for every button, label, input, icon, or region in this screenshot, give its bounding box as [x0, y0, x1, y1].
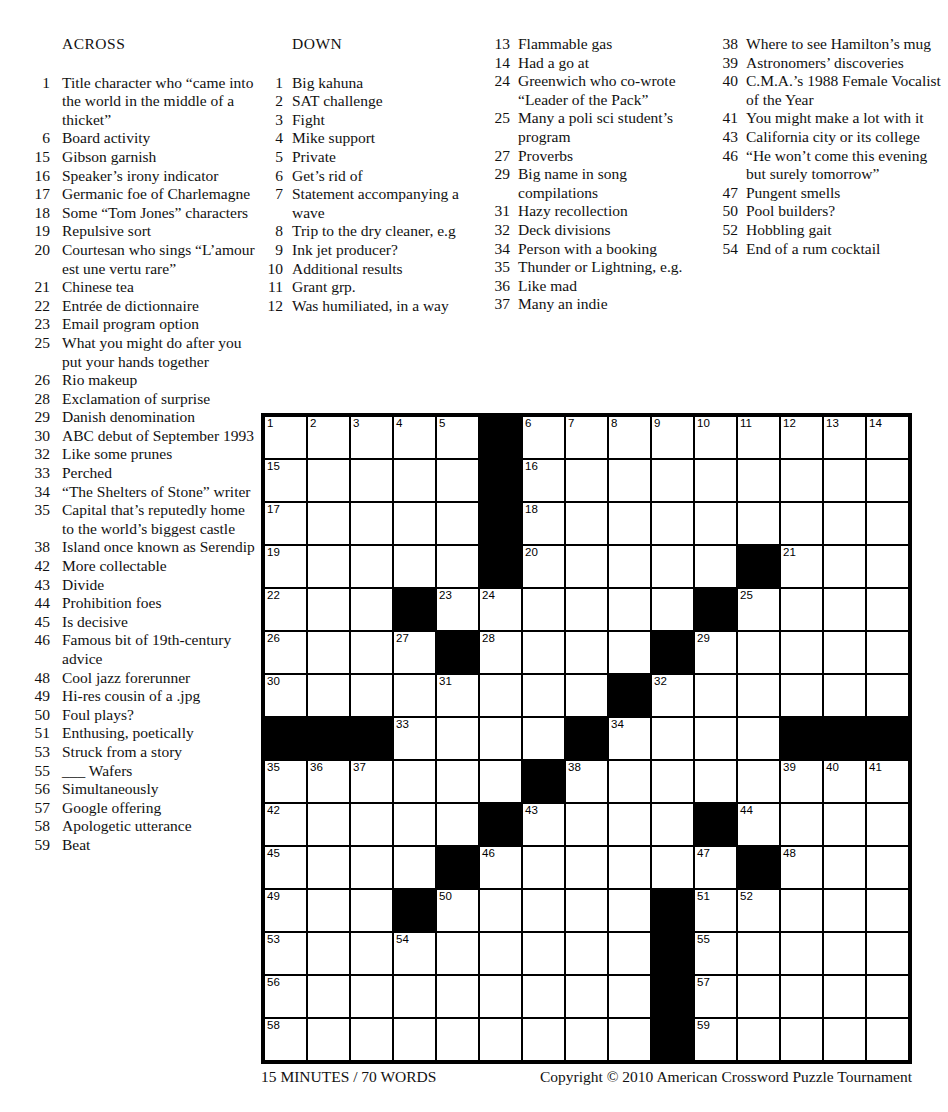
cell-r13c12[interactable]: [737, 932, 780, 975]
cell-r9c6[interactable]: [479, 760, 522, 803]
cell-r5c5[interactable]: 23: [436, 588, 479, 631]
cell-r11c3[interactable]: [350, 846, 393, 889]
cell-r7c12[interactable]: [737, 674, 780, 717]
cell-r15c15[interactable]: [866, 1018, 909, 1061]
cell-r4c15[interactable]: [866, 545, 909, 588]
cell-r4c2[interactable]: [307, 545, 350, 588]
cell-r5c12[interactable]: 25: [737, 588, 780, 631]
cell-r12c5[interactable]: 50: [436, 889, 479, 932]
cell-r15c13[interactable]: [780, 1018, 823, 1061]
clue-down-1: 1Big kahuna: [260, 74, 460, 93]
cell-r15c8[interactable]: [565, 1018, 608, 1061]
clue-across-45: 45Is decisive: [28, 613, 258, 632]
clue-down-7: 7Statement accompanying a wave: [260, 185, 460, 222]
cell-r12c3[interactable]: [350, 889, 393, 932]
cell-r9c1[interactable]: 35: [264, 760, 307, 803]
cell-r10c10[interactable]: [651, 803, 694, 846]
cell-r5c10[interactable]: [651, 588, 694, 631]
cell-r9c14[interactable]: 40: [823, 760, 866, 803]
clue-number: 52: [712, 221, 738, 240]
clue-across-56: 56Simultaneously: [28, 780, 258, 799]
cell-r4c13[interactable]: 21: [780, 545, 823, 588]
cell-r9c11[interactable]: [694, 760, 737, 803]
down-clue-list-2: 13Flammable gas14Had a go at24Greenwich …: [488, 35, 683, 314]
cell-r13c11[interactable]: 55: [694, 932, 737, 975]
cell-r7c13[interactable]: [780, 674, 823, 717]
clue-number: 39: [712, 54, 738, 73]
cell-r10c15[interactable]: [866, 803, 909, 846]
cell-r3c1[interactable]: 17: [264, 502, 307, 545]
cell-r3c7[interactable]: 18: [522, 502, 565, 545]
clue-number: 21: [28, 278, 50, 297]
clue-across-25: 25What you might do after you put your h…: [28, 334, 258, 371]
cell-r3c10[interactable]: [651, 502, 694, 545]
clue-number: 35: [488, 258, 510, 277]
cell-r4c11[interactable]: [694, 545, 737, 588]
cell-r14c15[interactable]: [866, 975, 909, 1018]
cell-r12c2[interactable]: [307, 889, 350, 932]
cell-r14c7[interactable]: [522, 975, 565, 1018]
clue-number: 1: [28, 74, 50, 93]
cell-r1c2[interactable]: 2: [307, 416, 350, 459]
cell-r5c9[interactable]: [608, 588, 651, 631]
cell-r7c2[interactable]: [307, 674, 350, 717]
cell-r3c15[interactable]: [866, 502, 909, 545]
cell-r7c8[interactable]: [565, 674, 608, 717]
black-cell-r11c12: [737, 846, 780, 889]
cell-r15c14[interactable]: [823, 1018, 866, 1061]
cell-r5c2[interactable]: [307, 588, 350, 631]
cell-r7c4[interactable]: [393, 674, 436, 717]
cell-r7c11[interactable]: [694, 674, 737, 717]
cell-r15c1[interactable]: 58: [264, 1018, 307, 1061]
cell-r6c6[interactable]: 28: [479, 631, 522, 674]
cell-r2c3[interactable]: [350, 459, 393, 502]
cell-r2c4[interactable]: [393, 459, 436, 502]
cell-r6c7[interactable]: [522, 631, 565, 674]
cell-r13c7[interactable]: [522, 932, 565, 975]
clue-down-47: 47Pungent smells: [712, 184, 942, 203]
clue-text: Gibson garnish: [62, 148, 258, 167]
cell-r11c14[interactable]: [823, 846, 866, 889]
cell-r6c3[interactable]: [350, 631, 393, 674]
cell-r6c13[interactable]: [780, 631, 823, 674]
cell-r8c12[interactable]: [737, 717, 780, 760]
black-cell-r8c14: [823, 717, 866, 760]
cell-r14c8[interactable]: [565, 975, 608, 1018]
cell-r8c7[interactable]: [522, 717, 565, 760]
clue-text: Hi-res cousin of a .jpg: [62, 687, 258, 706]
cell-r12c11[interactable]: 51: [694, 889, 737, 932]
cell-r1c13[interactable]: 12: [780, 416, 823, 459]
cell-r7c15[interactable]: [866, 674, 909, 717]
clue-text: Pool builders?: [746, 202, 942, 221]
cell-r14c13[interactable]: [780, 975, 823, 1018]
cell-r10c4[interactable]: [393, 803, 436, 846]
cell-number-58: 58: [267, 1019, 280, 1032]
clue-text: Grant grp.: [292, 278, 460, 297]
cell-r8c9[interactable]: 34: [608, 717, 651, 760]
cell-r13c4[interactable]: 54: [393, 932, 436, 975]
cell-r11c8[interactable]: [565, 846, 608, 889]
cell-r9c8[interactable]: 38: [565, 760, 608, 803]
cell-r5c15[interactable]: [866, 588, 909, 631]
cell-r8c10[interactable]: [651, 717, 694, 760]
down-clue-list-3: 38Where to see Hamilton’s mug39Astronome…: [712, 35, 942, 258]
cell-number-34: 34: [611, 718, 624, 731]
clue-text: What you might do after you put your han…: [62, 334, 258, 371]
clue-text: Additional results: [292, 260, 460, 279]
cell-r5c14[interactable]: [823, 588, 866, 631]
cell-r1c14[interactable]: 13: [823, 416, 866, 459]
cell-r1c1[interactable]: 1: [264, 416, 307, 459]
cell-r14c11[interactable]: 57: [694, 975, 737, 1018]
black-cell-r8c15: [866, 717, 909, 760]
cell-r3c4[interactable]: [393, 502, 436, 545]
cell-r6c1[interactable]: 26: [264, 631, 307, 674]
cell-r4c14[interactable]: [823, 545, 866, 588]
clue-text: Entrée de dictionnaire: [62, 297, 258, 316]
cell-r14c2[interactable]: [307, 975, 350, 1018]
cell-r9c12[interactable]: [737, 760, 780, 803]
black-cell-r8c1: [264, 717, 307, 760]
cell-r14c3[interactable]: [350, 975, 393, 1018]
cell-r7c6[interactable]: [479, 674, 522, 717]
cell-r4c3[interactable]: [350, 545, 393, 588]
black-cell-r6c5: [436, 631, 479, 674]
cell-r1c12[interactable]: 11: [737, 416, 780, 459]
cell-r2c2[interactable]: [307, 459, 350, 502]
cell-r1c3[interactable]: 3: [350, 416, 393, 459]
cell-r4c9[interactable]: [608, 545, 651, 588]
clue-across-44: 44Prohibition foes: [28, 594, 258, 613]
cell-r9c5[interactable]: [436, 760, 479, 803]
cell-r11c1[interactable]: 45: [264, 846, 307, 889]
cell-r2c12[interactable]: [737, 459, 780, 502]
clue-down-31: 31Hazy recollection: [488, 202, 683, 221]
cell-r4c8[interactable]: [565, 545, 608, 588]
cell-r7c1[interactable]: 30: [264, 674, 307, 717]
cell-r13c15[interactable]: [866, 932, 909, 975]
cell-r3c5[interactable]: [436, 502, 479, 545]
cell-r10c8[interactable]: [565, 803, 608, 846]
cell-r10c14[interactable]: [823, 803, 866, 846]
cell-r10c7[interactable]: 43: [522, 803, 565, 846]
cell-r12c8[interactable]: [565, 889, 608, 932]
cell-r2c11[interactable]: [694, 459, 737, 502]
clue-number: 6: [28, 129, 50, 148]
cell-r11c13[interactable]: 48: [780, 846, 823, 889]
cell-r6c9[interactable]: [608, 631, 651, 674]
cell-r6c12[interactable]: [737, 631, 780, 674]
cell-r6c4[interactable]: 27: [393, 631, 436, 674]
clue-across-18: 18Some “Tom Jones” characters: [28, 204, 258, 223]
clue-down-9: 9Ink jet producer?: [260, 241, 460, 260]
cell-r4c7[interactable]: 20: [522, 545, 565, 588]
cell-r6c8[interactable]: [565, 631, 608, 674]
cell-r3c3[interactable]: [350, 502, 393, 545]
cell-r13c1[interactable]: 53: [264, 932, 307, 975]
clue-across-49: 49Hi-res cousin of a .jpg: [28, 687, 258, 706]
cell-r11c11[interactable]: 47: [694, 846, 737, 889]
clue-down-11: 11Grant grp.: [260, 278, 460, 297]
clue-down-39: 39Astronomers’ discoveries: [712, 54, 942, 73]
clue-text: Title character who “came into the world…: [62, 74, 258, 130]
cell-r15c7[interactable]: [522, 1018, 565, 1061]
cell-r15c2[interactable]: [307, 1018, 350, 1061]
cell-r7c3[interactable]: [350, 674, 393, 717]
cell-r12c14[interactable]: [823, 889, 866, 932]
cell-r3c9[interactable]: [608, 502, 651, 545]
cell-number-46: 46: [482, 847, 495, 860]
clue-down-54: 54End of a rum cocktail: [712, 240, 942, 259]
cell-r4c1[interactable]: 19: [264, 545, 307, 588]
cell-number-55: 55: [697, 933, 710, 946]
clue-text: Had a go at: [518, 54, 683, 73]
clue-across-35: 35Capital that’s reputedly home to the w…: [28, 501, 258, 538]
cell-r9c10[interactable]: [651, 760, 694, 803]
cell-r4c5[interactable]: [436, 545, 479, 588]
black-cell-r15c10: [651, 1018, 694, 1061]
clue-down-52: 52Hobbling gait: [712, 221, 942, 240]
cell-r13c3[interactable]: [350, 932, 393, 975]
black-cell-r5c4: [393, 588, 436, 631]
cell-r7c10[interactable]: 32: [651, 674, 694, 717]
cell-r11c6[interactable]: 46: [479, 846, 522, 889]
cell-r13c5[interactable]: [436, 932, 479, 975]
clue-number: 28: [28, 390, 50, 409]
cell-r5c7[interactable]: [522, 588, 565, 631]
cell-r10c13[interactable]: [780, 803, 823, 846]
cell-r2c7[interactable]: 16: [522, 459, 565, 502]
cell-r3c14[interactable]: [823, 502, 866, 545]
cell-r4c4[interactable]: [393, 545, 436, 588]
cell-r6c2[interactable]: [307, 631, 350, 674]
cell-r10c5[interactable]: [436, 803, 479, 846]
clue-number: 46: [28, 631, 50, 650]
clue-number: 12: [260, 297, 283, 316]
clue-across-17: 17Germanic foe of Charlemagne: [28, 185, 258, 204]
cell-r14c9[interactable]: [608, 975, 651, 1018]
cell-number-40: 40: [826, 761, 839, 774]
black-cell-r8c3: [350, 717, 393, 760]
cell-r6c14[interactable]: [823, 631, 866, 674]
cell-r1c15[interactable]: 14: [866, 416, 909, 459]
down-clue-list-1: 1Big kahuna2SAT challenge3Fight4Mike sup…: [260, 74, 460, 316]
clue-text: Trip to the dry cleaner, e.g: [292, 222, 460, 241]
cell-r11c4[interactable]: [393, 846, 436, 889]
cell-r2c8[interactable]: [565, 459, 608, 502]
cell-r10c1[interactable]: 42: [264, 803, 307, 846]
clue-text: Flammable gas: [518, 35, 683, 54]
clue-text: Famous bit of 19th-century advice: [62, 631, 258, 668]
clue-text: Ink jet producer?: [292, 241, 460, 260]
cell-r14c6[interactable]: [479, 975, 522, 1018]
clue-number: 37: [488, 295, 510, 314]
cell-r5c13[interactable]: [780, 588, 823, 631]
cell-r3c12[interactable]: [737, 502, 780, 545]
cell-r15c12[interactable]: [737, 1018, 780, 1061]
cell-r11c15[interactable]: [866, 846, 909, 889]
clue-text: Speaker’s irony indicator: [62, 167, 258, 186]
cell-r10c2[interactable]: [307, 803, 350, 846]
cell-r15c11[interactable]: 59: [694, 1018, 737, 1061]
cell-r3c8[interactable]: [565, 502, 608, 545]
cell-r11c2[interactable]: [307, 846, 350, 889]
clue-across-15: 15Gibson garnish: [28, 148, 258, 167]
cell-r11c9[interactable]: [608, 846, 651, 889]
cell-r11c10[interactable]: [651, 846, 694, 889]
cell-r5c3[interactable]: [350, 588, 393, 631]
cell-number-14: 14: [869, 417, 882, 430]
cell-r3c2[interactable]: [307, 502, 350, 545]
cell-r7c7[interactable]: [522, 674, 565, 717]
clue-number: 43: [712, 128, 738, 147]
down-clues-column-2: 13Flammable gas14Had a go at24Greenwich …: [488, 35, 683, 314]
cell-r9c3[interactable]: 37: [350, 760, 393, 803]
cell-r3c13[interactable]: [780, 502, 823, 545]
cell-r14c12[interactable]: [737, 975, 780, 1018]
cell-number-4: 4: [396, 417, 402, 430]
cell-r9c4[interactable]: [393, 760, 436, 803]
cell-r2c9[interactable]: [608, 459, 651, 502]
cell-number-22: 22: [267, 589, 280, 602]
clue-number: 41: [712, 109, 738, 128]
cell-r1c9[interactable]: 8: [608, 416, 651, 459]
cell-r5c8[interactable]: [565, 588, 608, 631]
cell-r1c10[interactable]: 9: [651, 416, 694, 459]
cell-r2c10[interactable]: [651, 459, 694, 502]
cell-r1c4[interactable]: 4: [393, 416, 436, 459]
cell-number-41: 41: [869, 761, 882, 774]
clue-text: Enthusing, poetically: [62, 724, 258, 743]
cell-r2c1[interactable]: 15: [264, 459, 307, 502]
cell-r2c13[interactable]: [780, 459, 823, 502]
cell-r13c13[interactable]: [780, 932, 823, 975]
cell-r1c8[interactable]: 7: [565, 416, 608, 459]
cell-r2c14[interactable]: [823, 459, 866, 502]
cell-r13c9[interactable]: [608, 932, 651, 975]
cell-r8c11[interactable]: [694, 717, 737, 760]
cell-r11c7[interactable]: [522, 846, 565, 889]
cell-r2c5[interactable]: [436, 459, 479, 502]
cell-r3c11[interactable]: [694, 502, 737, 545]
clue-down-6: 6Get’s rid of: [260, 167, 460, 186]
clue-down-40: 40C.M.A.’s 1988 Female Vocalist of the Y…: [712, 72, 942, 109]
cell-number-33: 33: [396, 718, 409, 731]
clue-text: Email program option: [62, 315, 258, 334]
cell-r2c15[interactable]: [866, 459, 909, 502]
cell-r10c3[interactable]: [350, 803, 393, 846]
clue-number: 6: [260, 167, 283, 186]
clue-number: 46: [712, 147, 738, 166]
clue-down-38: 38Where to see Hamilton’s mug: [712, 35, 942, 54]
clue-text: Private: [292, 148, 460, 167]
clue-text: Cool jazz forerunner: [62, 669, 258, 688]
clue-number: 1: [260, 74, 283, 93]
cell-r6c11[interactable]: 29: [694, 631, 737, 674]
cell-number-29: 29: [697, 632, 710, 645]
cell-r5c6[interactable]: 24: [479, 588, 522, 631]
cell-r12c12[interactable]: 52: [737, 889, 780, 932]
clue-across-48: 48Cool jazz forerunner: [28, 669, 258, 688]
cell-r8c4[interactable]: 33: [393, 717, 436, 760]
cell-r15c4[interactable]: [393, 1018, 436, 1061]
cell-r4c10[interactable]: [651, 545, 694, 588]
cell-r8c6[interactable]: [479, 717, 522, 760]
cell-r8c5[interactable]: [436, 717, 479, 760]
cell-r12c7[interactable]: [522, 889, 565, 932]
cell-r1c11[interactable]: 10: [694, 416, 737, 459]
cell-r5c1[interactable]: 22: [264, 588, 307, 631]
cell-r1c5[interactable]: 5: [436, 416, 479, 459]
clue-text: Big name in song compilations: [518, 165, 683, 202]
cell-r15c9[interactable]: [608, 1018, 651, 1061]
cell-r13c14[interactable]: [823, 932, 866, 975]
clue-across-28: 28Exclamation of surprise: [28, 390, 258, 409]
cell-r15c6[interactable]: [479, 1018, 522, 1061]
clue-number: 5: [260, 148, 283, 167]
down-clues-column-1: DOWN 1Big kahuna2SAT challenge3Fight4Mik…: [260, 35, 460, 315]
cell-r13c8[interactable]: [565, 932, 608, 975]
cell-r6c15[interactable]: [866, 631, 909, 674]
cell-number-3: 3: [353, 417, 359, 430]
clue-text: California city or its college: [746, 128, 942, 147]
clue-down-29: 29Big name in song compilations: [488, 165, 683, 202]
cell-r12c6[interactable]: [479, 889, 522, 932]
cell-number-28: 28: [482, 632, 495, 645]
cell-r14c4[interactable]: [393, 975, 436, 1018]
cell-r15c5[interactable]: [436, 1018, 479, 1061]
cell-r9c13[interactable]: 39: [780, 760, 823, 803]
cell-r12c15[interactable]: [866, 889, 909, 932]
cell-r13c6[interactable]: [479, 932, 522, 975]
cell-r9c9[interactable]: [608, 760, 651, 803]
clue-down-27: 27Proverbs: [488, 147, 683, 166]
cell-r12c1[interactable]: 49: [264, 889, 307, 932]
cell-number-25: 25: [740, 589, 753, 602]
clue-number: 7: [260, 185, 283, 204]
clue-across-59: 59Beat: [28, 836, 258, 855]
clue-number: 24: [488, 72, 510, 91]
clue-text: Repulsive sort: [62, 222, 258, 241]
clue-across-53: 53Struck from a story: [28, 743, 258, 762]
cell-r10c12[interactable]: 44: [737, 803, 780, 846]
cell-r14c1[interactable]: 56: [264, 975, 307, 1018]
cell-r7c14[interactable]: [823, 674, 866, 717]
cell-r12c13[interactable]: [780, 889, 823, 932]
cell-r7c5[interactable]: 31: [436, 674, 479, 717]
cell-r14c5[interactable]: [436, 975, 479, 1018]
cell-r14c14[interactable]: [823, 975, 866, 1018]
clue-number: 27: [488, 147, 510, 166]
cell-r1c7[interactable]: 6: [522, 416, 565, 459]
cell-r9c2[interactable]: 36: [307, 760, 350, 803]
cell-r9c15[interactable]: 41: [866, 760, 909, 803]
black-cell-r12c10: [651, 889, 694, 932]
cell-number-16: 16: [525, 460, 538, 473]
cell-number-20: 20: [525, 546, 538, 559]
cell-r12c9[interactable]: [608, 889, 651, 932]
cell-number-1: 1: [267, 417, 273, 430]
clue-number: 40: [712, 72, 738, 91]
cell-r10c9[interactable]: [608, 803, 651, 846]
cell-r15c3[interactable]: [350, 1018, 393, 1061]
clue-text: Simultaneously: [62, 780, 258, 799]
cell-r13c2[interactable]: [307, 932, 350, 975]
clue-text: Germanic foe of Charlemagne: [62, 185, 258, 204]
cell-number-51: 51: [697, 890, 710, 903]
